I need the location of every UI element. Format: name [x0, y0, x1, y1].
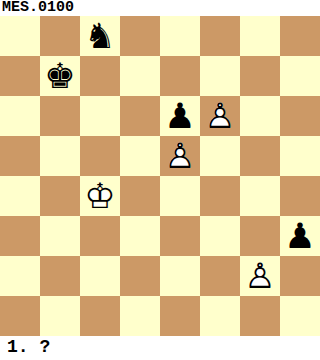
square-a1[interactable]	[0, 296, 40, 336]
square-d1[interactable]	[120, 296, 160, 336]
square-c6[interactable]	[80, 96, 120, 136]
square-a2[interactable]	[0, 256, 40, 296]
square-f1[interactable]	[200, 296, 240, 336]
chess-board: ♞♚♟♟♙♟♙♚♔♟♟♙	[0, 16, 320, 336]
piece-white-pawn: ♙	[240, 256, 280, 296]
square-h7[interactable]	[280, 56, 320, 96]
square-d7[interactable]	[120, 56, 160, 96]
square-a7[interactable]	[0, 56, 40, 96]
square-f7[interactable]	[200, 56, 240, 96]
piece-white-pawn: ♙	[200, 96, 240, 136]
square-b3[interactable]	[40, 216, 80, 256]
piece-black-pawn: ♟	[160, 96, 200, 136]
piece-white-king: ♔	[80, 176, 120, 216]
square-f2[interactable]	[200, 256, 240, 296]
square-f6[interactable]: ♟♙	[200, 96, 240, 136]
square-h2[interactable]	[280, 256, 320, 296]
square-g4[interactable]	[240, 176, 280, 216]
square-g6[interactable]	[240, 96, 280, 136]
square-b6[interactable]	[40, 96, 80, 136]
square-d4[interactable]	[120, 176, 160, 216]
square-c3[interactable]	[80, 216, 120, 256]
square-g5[interactable]	[240, 136, 280, 176]
square-e8[interactable]	[160, 16, 200, 56]
piece-black-knight: ♞	[80, 16, 120, 56]
square-e5[interactable]: ♟♙	[160, 136, 200, 176]
square-h3[interactable]: ♟	[280, 216, 320, 256]
square-b7[interactable]: ♚	[40, 56, 80, 96]
piece-black-pawn: ♟	[280, 216, 320, 256]
square-h5[interactable]	[280, 136, 320, 176]
square-g8[interactable]	[240, 16, 280, 56]
square-f3[interactable]	[200, 216, 240, 256]
square-g2[interactable]: ♟♙	[240, 256, 280, 296]
square-e2[interactable]	[160, 256, 200, 296]
square-c5[interactable]	[80, 136, 120, 176]
move-prompt: 1. ?	[0, 336, 320, 360]
square-c7[interactable]	[80, 56, 120, 96]
square-a5[interactable]	[0, 136, 40, 176]
square-b4[interactable]	[40, 176, 80, 216]
square-g7[interactable]	[240, 56, 280, 96]
piece-white-pawn: ♙	[160, 136, 200, 176]
square-e4[interactable]	[160, 176, 200, 216]
square-c4[interactable]: ♚♔	[80, 176, 120, 216]
square-d3[interactable]	[120, 216, 160, 256]
square-g3[interactable]	[240, 216, 280, 256]
square-d2[interactable]	[120, 256, 160, 296]
diagram-title: MES.0100	[0, 0, 320, 16]
square-g1[interactable]	[240, 296, 280, 336]
square-a6[interactable]	[0, 96, 40, 136]
square-b8[interactable]	[40, 16, 80, 56]
square-h8[interactable]	[280, 16, 320, 56]
square-b5[interactable]	[40, 136, 80, 176]
square-a8[interactable]	[0, 16, 40, 56]
square-f4[interactable]	[200, 176, 240, 216]
square-c2[interactable]	[80, 256, 120, 296]
square-e1[interactable]	[160, 296, 200, 336]
square-b1[interactable]	[40, 296, 80, 336]
square-f8[interactable]	[200, 16, 240, 56]
square-e6[interactable]: ♟	[160, 96, 200, 136]
square-b2[interactable]	[40, 256, 80, 296]
square-a3[interactable]	[0, 216, 40, 256]
square-h6[interactable]	[280, 96, 320, 136]
square-d5[interactable]	[120, 136, 160, 176]
square-a4[interactable]	[0, 176, 40, 216]
square-e7[interactable]	[160, 56, 200, 96]
square-d8[interactable]	[120, 16, 160, 56]
piece-black-king: ♚	[40, 56, 80, 96]
square-d6[interactable]	[120, 96, 160, 136]
square-f5[interactable]	[200, 136, 240, 176]
square-h4[interactable]	[280, 176, 320, 216]
square-c8[interactable]: ♞	[80, 16, 120, 56]
square-c1[interactable]	[80, 296, 120, 336]
square-e3[interactable]	[160, 216, 200, 256]
square-h1[interactable]	[280, 296, 320, 336]
